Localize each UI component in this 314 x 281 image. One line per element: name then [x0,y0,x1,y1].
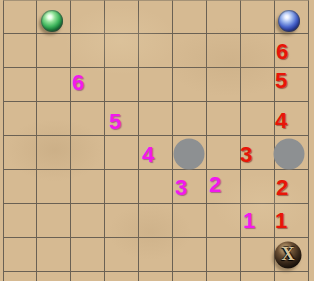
red-move-number: 1 [275,210,287,232]
magenta-move-number: 3 [175,177,187,199]
game-screen: X 654321654321 [0,0,314,281]
red-move-number: 2 [276,177,288,199]
red-move-number: 6 [276,41,288,63]
close-orb-button[interactable]: X [275,242,302,269]
magenta-move-number: 4 [142,144,154,166]
close-x-icon: X [282,244,295,265]
magenta-move-number: 5 [109,111,121,133]
red-move-number: 3 [240,144,252,166]
red-move-number: 5 [275,70,287,92]
magenta-move-number: 1 [243,210,255,232]
green-marble[interactable] [41,10,63,32]
magenta-move-number: 6 [72,72,84,94]
magenta-move-number: 2 [209,174,221,196]
pieces-layer: X 654321654321 [0,0,314,281]
gray-blocker [274,139,305,170]
red-move-number: 4 [275,110,287,132]
gray-blocker [174,139,205,170]
blue-marble[interactable] [278,10,300,32]
